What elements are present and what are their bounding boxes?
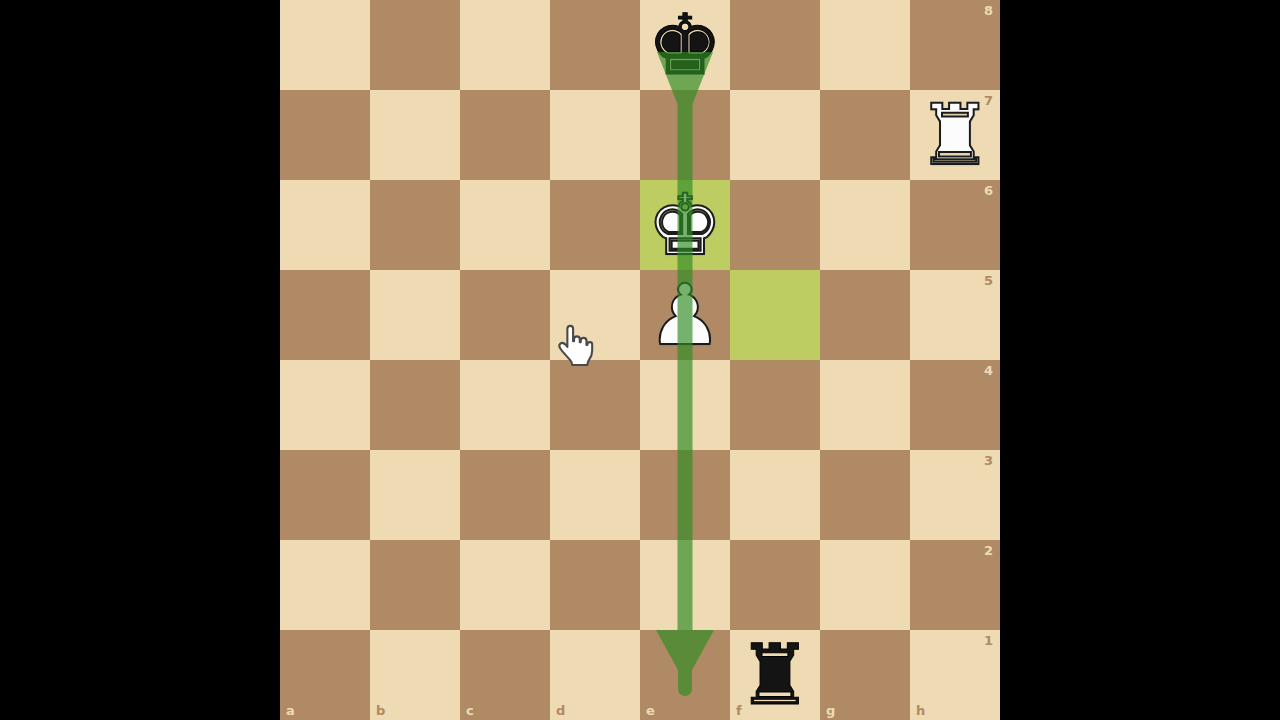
square-d3[interactable] xyxy=(550,450,640,540)
square-a1[interactable]: a xyxy=(280,630,370,720)
square-h7[interactable]: 7♜ xyxy=(910,90,1000,180)
file-label-e: e xyxy=(646,704,655,717)
piece-bR-f1[interactable]: ♜ xyxy=(730,630,820,720)
square-c3[interactable] xyxy=(460,450,550,540)
file-label-c: c xyxy=(466,704,474,717)
rank-label-3: 3 xyxy=(984,454,993,467)
square-h8[interactable]: 8 xyxy=(910,0,1000,90)
square-f2[interactable] xyxy=(730,540,820,630)
square-d8[interactable] xyxy=(550,0,640,90)
square-b2[interactable] xyxy=(370,540,460,630)
rank-label-6: 6 xyxy=(984,184,993,197)
stage: ♚87♜♚6♟5432abcdef♜gh1 xyxy=(0,0,1280,720)
file-label-h: h xyxy=(916,704,925,717)
square-a5[interactable] xyxy=(280,270,370,360)
square-e4[interactable] xyxy=(640,360,730,450)
piece-bK-e8[interactable]: ♚ xyxy=(640,0,730,90)
file-label-d: d xyxy=(556,704,565,717)
square-b1[interactable]: b xyxy=(370,630,460,720)
square-f1[interactable]: f♜ xyxy=(730,630,820,720)
square-g4[interactable] xyxy=(820,360,910,450)
square-g2[interactable] xyxy=(820,540,910,630)
square-g1[interactable]: g xyxy=(820,630,910,720)
square-g7[interactable] xyxy=(820,90,910,180)
square-d1[interactable]: d xyxy=(550,630,640,720)
square-b7[interactable] xyxy=(370,90,460,180)
square-b3[interactable] xyxy=(370,450,460,540)
square-h1[interactable]: h1 xyxy=(910,630,1000,720)
square-h6[interactable]: 6 xyxy=(910,180,1000,270)
square-a2[interactable] xyxy=(280,540,370,630)
square-f3[interactable] xyxy=(730,450,820,540)
rank-label-5: 5 xyxy=(984,274,993,287)
square-e7[interactable] xyxy=(640,90,730,180)
square-g8[interactable] xyxy=(820,0,910,90)
square-a3[interactable] xyxy=(280,450,370,540)
square-g6[interactable] xyxy=(820,180,910,270)
square-g5[interactable] xyxy=(820,270,910,360)
square-e8[interactable]: ♚ xyxy=(640,0,730,90)
square-c5[interactable] xyxy=(460,270,550,360)
square-b5[interactable] xyxy=(370,270,460,360)
square-a8[interactable] xyxy=(280,0,370,90)
square-f7[interactable] xyxy=(730,90,820,180)
square-c7[interactable] xyxy=(460,90,550,180)
square-e3[interactable] xyxy=(640,450,730,540)
square-a6[interactable] xyxy=(280,180,370,270)
square-f8[interactable] xyxy=(730,0,820,90)
square-f5[interactable] xyxy=(730,270,820,360)
square-f6[interactable] xyxy=(730,180,820,270)
file-label-b: b xyxy=(376,704,385,717)
square-a7[interactable] xyxy=(280,90,370,180)
square-h3[interactable]: 3 xyxy=(910,450,1000,540)
square-c6[interactable] xyxy=(460,180,550,270)
square-e2[interactable] xyxy=(640,540,730,630)
piece-wK-e6[interactable]: ♚ xyxy=(640,180,730,270)
square-b6[interactable] xyxy=(370,180,460,270)
square-b8[interactable] xyxy=(370,0,460,90)
rank-label-2: 2 xyxy=(984,544,993,557)
square-c2[interactable] xyxy=(460,540,550,630)
square-e6[interactable]: ♚ xyxy=(640,180,730,270)
square-d4[interactable] xyxy=(550,360,640,450)
square-a4[interactable] xyxy=(280,360,370,450)
square-e5[interactable]: ♟ xyxy=(640,270,730,360)
rank-label-8: 8 xyxy=(984,4,993,17)
square-c8[interactable] xyxy=(460,0,550,90)
file-label-g: g xyxy=(826,704,835,717)
square-h5[interactable]: 5 xyxy=(910,270,1000,360)
square-f4[interactable] xyxy=(730,360,820,450)
piece-wP-e5[interactable]: ♟ xyxy=(640,270,730,360)
square-d7[interactable] xyxy=(550,90,640,180)
square-c1[interactable]: c xyxy=(460,630,550,720)
square-h4[interactable]: 4 xyxy=(910,360,1000,450)
square-g3[interactable] xyxy=(820,450,910,540)
square-h2[interactable]: 2 xyxy=(910,540,1000,630)
piece-wR-h7[interactable]: ♜ xyxy=(910,90,1000,180)
square-b4[interactable] xyxy=(370,360,460,450)
square-e1[interactable]: e xyxy=(640,630,730,720)
rank-label-4: 4 xyxy=(984,364,993,377)
square-d6[interactable] xyxy=(550,180,640,270)
chess-board: ♚87♜♚6♟5432abcdef♜gh1 xyxy=(280,0,1000,720)
square-d2[interactable] xyxy=(550,540,640,630)
square-d5[interactable] xyxy=(550,270,640,360)
square-c4[interactable] xyxy=(460,360,550,450)
file-label-a: a xyxy=(286,704,295,717)
rank-label-1: 1 xyxy=(984,634,993,647)
